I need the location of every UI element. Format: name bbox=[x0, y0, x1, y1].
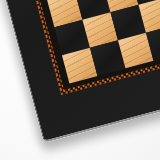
photo-background bbox=[0, 0, 160, 160]
chessboard bbox=[0, 0, 160, 143]
